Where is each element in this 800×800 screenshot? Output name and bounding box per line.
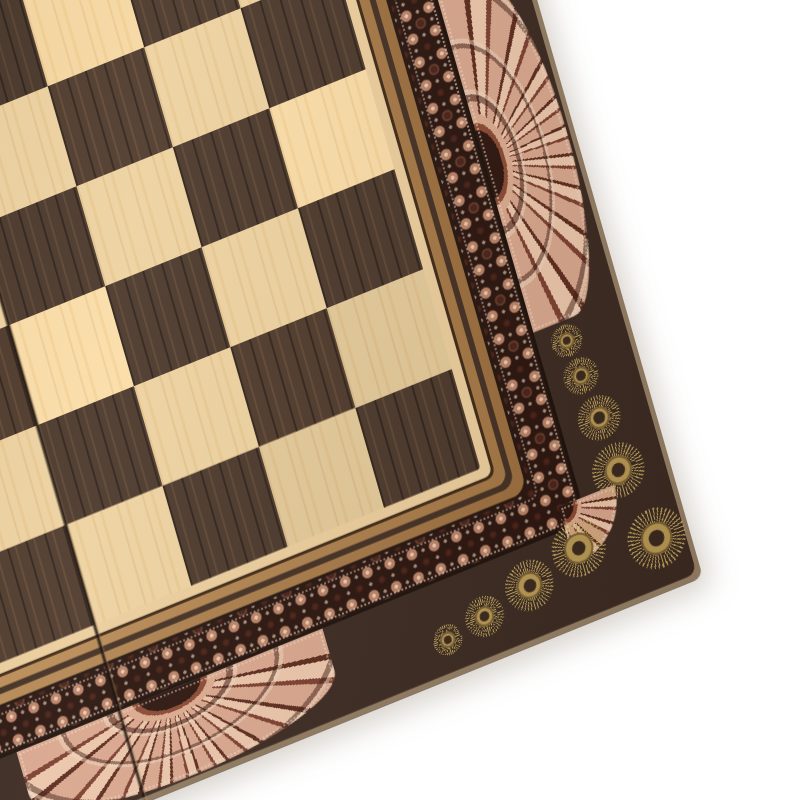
sunburst-motif xyxy=(586,434,651,506)
sunburst-motif xyxy=(620,498,692,578)
sunburst-motif xyxy=(430,620,466,660)
chess-board xyxy=(0,0,703,800)
sunburst-motif xyxy=(573,388,626,447)
sunburst-motif xyxy=(559,352,602,400)
photo-canvas xyxy=(0,0,800,800)
sunburst-motif xyxy=(499,552,559,619)
sunburst-motif xyxy=(548,319,586,362)
sunburst-motif xyxy=(460,590,508,643)
